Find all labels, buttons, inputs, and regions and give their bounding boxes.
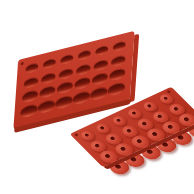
bump-center-hole-icon [193,127,194,132]
bump-center-hole-icon [116,119,121,123]
cavity-cell [92,73,108,86]
bump-center-hole-icon [120,146,127,151]
cavity-cell [24,62,40,75]
mold-cavity [76,64,91,76]
cavity-cell [21,104,37,117]
mold-cavity [57,81,74,95]
mold-cavity [95,46,108,57]
mold-cavity [55,95,73,110]
bump-center-hole-icon [130,157,138,162]
mold-cavity [74,77,91,91]
cavity-cell [23,76,39,89]
cavity-cell [57,82,73,95]
mold-cavity [37,99,55,114]
cavity-cell [58,67,74,80]
cavity-cell [59,53,75,66]
bump-center-hole-icon [104,154,111,159]
cavity-cell [74,77,90,90]
bump-center-hole-icon [157,114,163,118]
mold-cavity [107,82,125,97]
bump-center-hole-icon [142,121,148,125]
bump-center-hole-icon [126,129,132,133]
mold-cavity [109,68,126,82]
mold-cavity [22,90,39,104]
cavity-cell [76,49,92,62]
mold-cavity [41,72,56,84]
product-photo [0,0,194,194]
mold-cavity [113,41,126,52]
mold-cavity [23,77,38,89]
mold-cavity [39,86,56,100]
cavity-cell [40,72,56,85]
mold-cavity [20,104,38,119]
mold-cavity [72,91,90,106]
mold-cavity [60,54,73,65]
cavity-cell [22,90,38,103]
mold-cavity [25,63,38,74]
cavity-cell [109,68,125,81]
mold-cavity [58,68,73,80]
cavity-cell [56,96,72,109]
bump-center-hole-icon [147,104,152,108]
cavity-cell [75,63,91,76]
mold-cavity [78,50,91,61]
bump-center-hole-icon [162,142,170,147]
bump-center-hole-icon [173,107,179,111]
bump-center-hole-icon [132,111,137,115]
cavity-cell [73,91,89,104]
cavity-cell [93,59,109,72]
cavity-cell [38,100,54,113]
bump-center-hole-icon [114,164,122,169]
bump-center-hole-icon [152,132,159,137]
cavity-cell [110,54,126,67]
bump-center-hole-icon [136,139,143,144]
cavity-cell [41,58,57,71]
bump-center-hole-icon [177,135,185,140]
mold-cavity [43,59,56,70]
bump-center-hole-icon [100,126,105,130]
cavity-cell [39,86,55,99]
cavity-cell [108,83,124,96]
cavity-cell [94,45,110,58]
cavity-cell [91,87,107,100]
bump-center-hole-icon [84,133,89,137]
bump-center-hole-icon [163,97,168,101]
cavity-cell [111,40,127,53]
mold-cavity [111,55,126,67]
mold-cavity [93,59,108,71]
bump-center-hole-icon [167,124,174,129]
bump-center-hole-icon [110,136,116,140]
mold-cavity [92,73,109,87]
mold-cavity [90,86,108,101]
bump-center-hole-icon [183,117,190,122]
bump-center-hole-icon [146,149,154,154]
bump-center-hole-icon [94,143,100,147]
